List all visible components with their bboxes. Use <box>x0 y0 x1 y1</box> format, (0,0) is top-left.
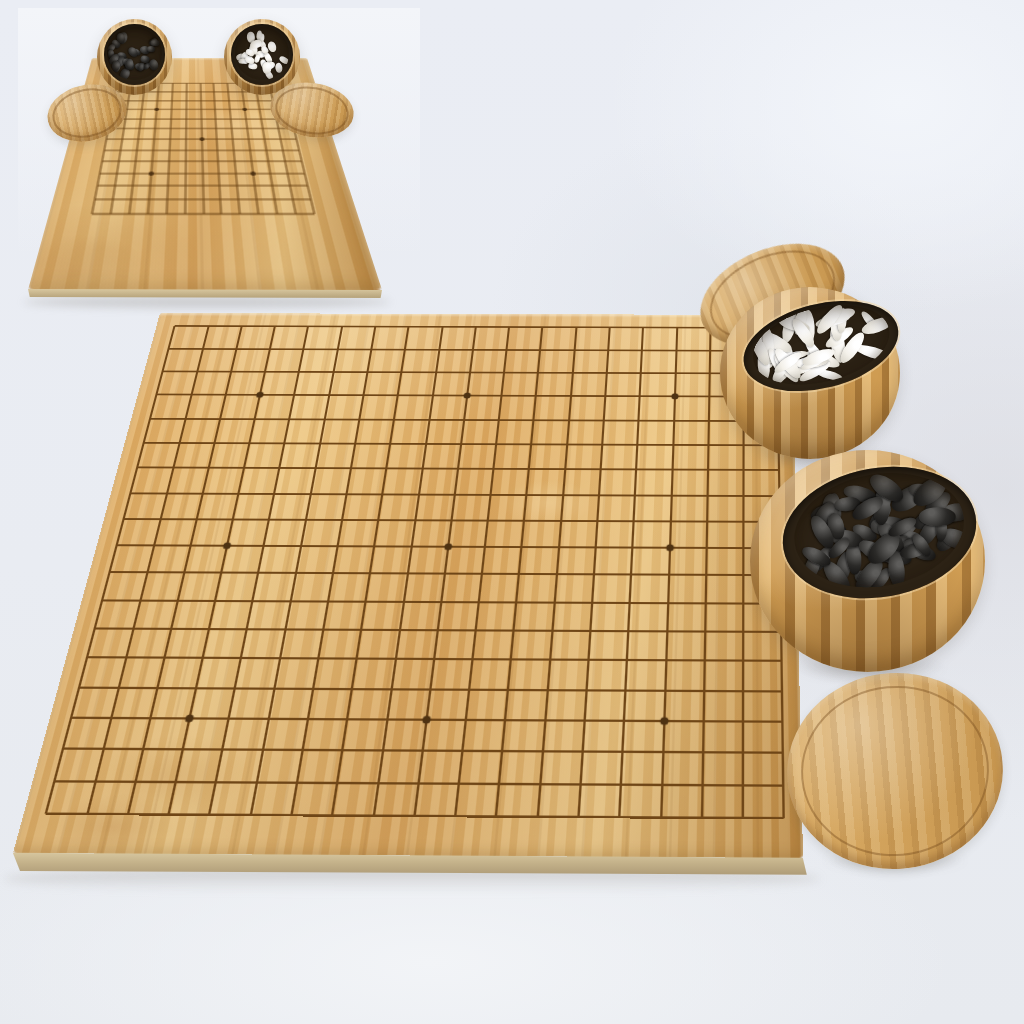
inset-black-stone-bowl <box>97 19 172 95</box>
grid-line-vertical <box>495 327 543 816</box>
inset-board-front-edge <box>28 289 382 298</box>
grid-line-horizontal <box>104 150 299 151</box>
grid-line-vertical <box>618 328 644 818</box>
star-point <box>666 544 674 551</box>
black-stone-bowl <box>750 450 985 672</box>
black-bowl-lid-on-floor <box>779 664 1011 878</box>
main-go-board <box>13 313 803 858</box>
star-point <box>242 108 247 111</box>
grid-line-horizontal <box>100 173 305 174</box>
star-point <box>463 393 471 399</box>
grid-line-vertical <box>372 327 443 816</box>
go-stone-black <box>126 45 139 58</box>
inset-black-bowl-opening <box>104 24 166 85</box>
grid-line-horizontal <box>97 186 307 187</box>
main-board-grid-19x19 <box>46 326 784 818</box>
star-point <box>199 137 204 141</box>
star-point <box>444 543 453 550</box>
go-stone-black <box>148 59 159 72</box>
inset-black-stones <box>107 27 161 80</box>
grid-line-vertical <box>249 327 343 816</box>
inset-white-stone-bowl <box>224 19 300 95</box>
grid-line-horizontal <box>102 161 302 162</box>
grid-line-vertical <box>536 327 577 817</box>
go-stone-black <box>919 507 956 526</box>
go-stone-black <box>111 60 121 72</box>
grid-line-vertical <box>577 327 610 817</box>
go-stone-black <box>151 40 160 46</box>
star-point <box>148 171 154 175</box>
star-point <box>250 171 256 175</box>
star-point <box>422 716 431 724</box>
grid-line-vertical <box>413 327 477 816</box>
star-point <box>154 108 159 111</box>
star-point <box>185 715 195 723</box>
star-point <box>660 717 669 725</box>
grid-line-horizontal <box>92 213 314 214</box>
inset-white-stones <box>235 27 290 80</box>
product-photo-scene <box>0 0 1024 1024</box>
grid-line-vertical <box>660 328 678 818</box>
grid-line-horizontal <box>95 199 311 200</box>
grid-line-vertical <box>290 327 376 816</box>
go-stone-black <box>147 46 155 52</box>
inset-white-bowl-opening <box>231 24 293 85</box>
inset-photo-13x13-side <box>18 8 420 302</box>
grid-line-vertical <box>45 326 176 814</box>
star-point <box>256 392 265 398</box>
star-point <box>671 393 678 399</box>
go-stone-white <box>275 62 283 73</box>
grid-line-vertical <box>331 327 410 816</box>
white-stone-bowl <box>720 287 900 459</box>
star-point <box>223 542 232 549</box>
grid-line-vertical <box>701 328 712 818</box>
